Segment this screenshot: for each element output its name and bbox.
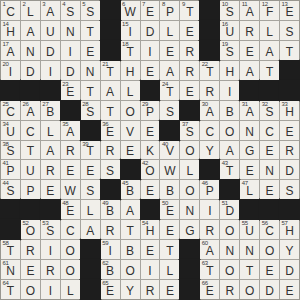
cell-letter: B — [41, 106, 60, 118]
grid-cell-r6c8[interactable]: 29P — [141, 101, 160, 120]
grid-cell-r9c10[interactable]: L — [180, 160, 199, 179]
block-cell-r9c7 — [121, 160, 140, 179]
grid-cell-r4c10[interactable]: R — [180, 61, 199, 80]
cell-letter: B — [220, 106, 239, 118]
cell-letter: R — [141, 285, 160, 297]
grid-cell-r6c1[interactable]: 25C — [1, 101, 20, 120]
cell-letter: S — [280, 26, 299, 38]
grid-cell-r3c7[interactable]: 18T — [121, 41, 140, 60]
grid-cell-r15c8[interactable]: R — [141, 280, 160, 299]
cell-letter: P — [160, 6, 179, 18]
grid-cell-r6c3[interactable]: 27B — [41, 101, 60, 120]
grid-cell-r12c12[interactable]: O — [220, 220, 239, 239]
grid-cell-r5c5[interactable]: T — [81, 81, 100, 100]
cell-letter: A — [41, 145, 60, 157]
grid-cell-r7c15[interactable]: E — [280, 121, 299, 140]
grid-cell-r1c9[interactable]: 8P — [160, 1, 179, 20]
cell-letter: E — [280, 6, 299, 18]
grid-cell-r12c10[interactable]: G — [180, 220, 199, 239]
grid-cell-r4c8[interactable]: E — [141, 61, 160, 80]
block-cell-r5c8 — [141, 81, 160, 100]
cell-letter: U — [220, 26, 239, 38]
cell-letter: O — [61, 245, 80, 257]
grid-cell-r7c3[interactable]: L — [41, 121, 60, 140]
cell-letter: A — [160, 66, 179, 78]
cell-letter: C — [61, 225, 80, 237]
grid-cell-r3c13[interactable]: E — [240, 41, 259, 60]
grid-cell-r1c1[interactable]: 1C — [1, 1, 20, 20]
grid-cell-r6c7[interactable]: O — [121, 101, 140, 120]
block-cell-r1c6 — [101, 1, 120, 20]
cell-letter: R — [101, 145, 120, 157]
cell-letter: A — [200, 106, 219, 118]
grid-cell-r10c8[interactable]: E — [141, 180, 160, 199]
grid-cell-r7c14[interactable]: C — [260, 121, 279, 140]
cell-letter: T — [1, 285, 20, 297]
block-cell-r5c13 — [240, 81, 259, 100]
grid-cell-r11c12[interactable]: 51D — [220, 200, 239, 219]
grid-cell-r6c12[interactable]: B — [220, 101, 239, 120]
grid-cell-r12c9[interactable]: E — [160, 220, 179, 239]
block-cell-r5c2 — [21, 81, 40, 100]
grid-cell-r11c5[interactable]: L — [81, 200, 100, 219]
cell-letter: I — [101, 245, 120, 257]
cell-letter: T — [180, 6, 199, 18]
grid-cell-r10c3[interactable]: E — [41, 180, 60, 199]
grid-cell-r3c15[interactable]: T — [280, 41, 299, 60]
cell-letter: Y — [200, 145, 219, 157]
grid-cell-r6c9[interactable]: S — [160, 101, 179, 120]
grid-cell-r4c12[interactable]: H — [220, 61, 239, 80]
grid-cell-r11c6[interactable]: 49B — [101, 200, 120, 219]
cell-letter: R — [180, 66, 199, 78]
grid-cell-r13c11[interactable]: 60A — [200, 240, 219, 259]
grid-cell-r15c6[interactable]: 65E — [101, 280, 120, 299]
cell-letter: E — [141, 126, 160, 138]
grid-cell-r8c11[interactable]: Y — [200, 141, 219, 160]
cell-letter: A — [81, 225, 100, 237]
grid-cell-r14c6[interactable]: 62B — [101, 260, 120, 279]
grid-cell-r3c3[interactable]: D — [41, 41, 60, 60]
cell-letter: E — [61, 205, 80, 217]
block-cell-r13c5 — [81, 240, 100, 259]
grid-cell-r3c10[interactable]: R — [180, 41, 199, 60]
cell-letter: E — [160, 205, 179, 217]
block-cell-r2c11 — [200, 21, 219, 40]
grid-cell-r1c4[interactable]: 4S — [61, 1, 80, 20]
cell-letter: E — [160, 46, 179, 58]
cell-letter: W — [121, 6, 140, 18]
block-cell-r11c15 — [280, 200, 299, 219]
cell-letter: D — [260, 285, 279, 297]
grid-cell-r12c5[interactable]: A — [81, 220, 100, 239]
cell-letter: E — [81, 165, 100, 177]
grid-cell-r8c15[interactable]: R — [280, 141, 299, 160]
grid-cell-r12c6[interactable]: R — [101, 220, 120, 239]
cell-letter: U — [41, 26, 60, 38]
grid-cell-r10c7[interactable]: 45B — [121, 180, 140, 199]
cell-letter: G — [240, 145, 259, 157]
grid-cell-r13c14[interactable]: O — [260, 240, 279, 259]
grid-cell-r15c4[interactable]: L — [61, 280, 80, 299]
grid-cell-r10c1[interactable]: 44S — [1, 180, 20, 199]
cell-letter: B — [160, 185, 179, 197]
grid-cell-r8c12[interactable]: A — [220, 141, 239, 160]
grid-cell-r15c3[interactable]: I — [41, 280, 60, 299]
grid-cell-r1c7[interactable]: 6W — [121, 1, 140, 20]
cell-letter: G — [180, 225, 199, 237]
grid-cell-r11c11[interactable]: I — [200, 200, 219, 219]
grid-cell-r7c12[interactable]: O — [220, 121, 239, 140]
grid-cell-r5c12[interactable]: I — [220, 81, 239, 100]
grid-cell-r6c11[interactable]: 30A — [200, 101, 219, 120]
grid-cell-r4c4[interactable]: D — [61, 61, 80, 80]
grid-cell-r11c4[interactable]: 48E — [61, 200, 80, 219]
grid-cell-r12c7[interactable]: T — [121, 220, 140, 239]
grid-cell-r11c7[interactable]: A — [121, 200, 140, 219]
cell-letter: S — [160, 106, 179, 118]
cell-letter: S — [81, 106, 100, 118]
cell-letter: I — [141, 46, 160, 58]
grid-cell-r14c15[interactable]: D — [280, 260, 299, 279]
grid-cell-r12c2[interactable]: 52O — [21, 220, 40, 239]
cell-letter: V — [160, 145, 179, 157]
cell-letter: A — [240, 6, 259, 18]
grid-cell-r14c3[interactable]: R — [41, 260, 60, 279]
grid-cell-r10c4[interactable]: W — [61, 180, 80, 199]
grid-cell-r1c8[interactable]: 7E — [141, 1, 160, 20]
cell-letter: L — [41, 126, 60, 138]
grid-cell-r14c4[interactable]: O — [61, 260, 80, 279]
grid-cell-r1c14[interactable]: 12F — [260, 1, 279, 20]
grid-cell-r2c7[interactable]: 15I — [121, 21, 140, 40]
grid-cell-r10c11[interactable]: 46P — [200, 180, 219, 199]
grid-cell-r12c13[interactable]: 55U — [240, 220, 259, 239]
cell-letter: I — [121, 26, 140, 38]
block-cell-r7c9 — [160, 121, 179, 140]
cell-letter: T — [101, 66, 120, 78]
grid-cell-r9c3[interactable]: R — [41, 160, 60, 179]
grid-cell-r2c1[interactable]: 14H — [1, 21, 20, 40]
cell-letter: O — [220, 126, 239, 138]
grid-cell-r1c10[interactable]: 9T — [180, 1, 199, 20]
grid-cell-r11c9[interactable]: 50E — [160, 200, 179, 219]
grid-cell-r2c4[interactable]: N — [61, 21, 80, 40]
cell-letter: A — [200, 245, 219, 257]
grid-cell-r4c2[interactable]: D — [21, 61, 40, 80]
grid-cell-r2c3[interactable]: U — [41, 21, 60, 40]
grid-cell-r12c4[interactable]: C — [61, 220, 80, 239]
grid-cell-r12c8[interactable]: 54H — [141, 220, 160, 239]
cell-letter: T — [160, 86, 179, 98]
cell-letter: S — [101, 165, 120, 177]
grid-cell-r3c5[interactable]: E — [81, 41, 100, 60]
grid-cell-r7c8[interactable]: E — [141, 121, 160, 140]
grid-cell-r7c7[interactable]: V — [121, 121, 140, 140]
grid-cell-r4c3[interactable]: I — [41, 61, 60, 80]
block-cell-r11c14 — [260, 200, 279, 219]
grid-cell-r14c7[interactable]: O — [121, 260, 140, 279]
cell-letter: S — [41, 225, 60, 237]
crossword-board: 1C2L3A4S5S6W7E8P9T10S11A12F13E14HAUNT15I… — [0, 0, 300, 300]
cell-letter: B — [121, 185, 140, 197]
grid-cell-r8c10[interactable]: O — [180, 141, 199, 160]
grid-cell-r7c11[interactable]: C — [200, 121, 219, 140]
grid-cell-r14c8[interactable]: I — [141, 260, 160, 279]
grid-cell-r10c14[interactable]: E — [260, 180, 279, 199]
grid-cell-r1c5[interactable]: 5S — [81, 1, 100, 20]
cell-letter: I — [41, 66, 60, 78]
grid-cell-r3c8[interactable]: I — [141, 41, 160, 60]
grid-cell-r12c11[interactable]: R — [200, 220, 219, 239]
grid-cell-r5c6[interactable]: A — [101, 81, 120, 100]
cell-letter: O — [240, 285, 259, 297]
grid-cell-r9c2[interactable]: U — [21, 160, 40, 179]
cell-letter: A — [101, 86, 120, 98]
cell-letter: E — [160, 285, 179, 297]
cell-letter: O — [220, 265, 239, 277]
block-cell-r7c5 — [81, 121, 100, 140]
cell-letter: D — [220, 205, 239, 217]
grid-cell-r5c9[interactable]: 24T — [160, 81, 179, 100]
grid-cell-r2c15[interactable]: S — [280, 21, 299, 40]
cell-letter: S — [61, 6, 80, 18]
grid-cell-r8c13[interactable]: G — [240, 141, 259, 160]
grid-cell-r9c8[interactable]: 42O — [141, 160, 160, 179]
grid-cell-r13c6[interactable]: 59I — [101, 240, 120, 259]
cell-letter: L — [240, 185, 259, 197]
cell-letter: L — [121, 86, 140, 98]
grid-cell-r5c4[interactable]: 23E — [61, 81, 80, 100]
grid-cell-r15c7[interactable]: Y — [121, 280, 140, 299]
block-cell-r10c6 — [101, 180, 120, 199]
grid-cell-r9c12[interactable]: 43T — [220, 160, 239, 179]
block-cell-r15c10 — [180, 280, 199, 299]
grid-cell-r3c12[interactable]: 19S — [220, 41, 239, 60]
cell-letter: E — [180, 86, 199, 98]
grid-cell-r4c9[interactable]: A — [160, 61, 179, 80]
grid-cell-r15c14[interactable]: D — [260, 280, 279, 299]
block-cell-r5c15 — [280, 81, 299, 100]
grid-cell-r8c2[interactable]: T — [21, 141, 40, 160]
block-cell-r11c3 — [41, 200, 60, 219]
block-cell-r1c11 — [200, 1, 219, 20]
grid-cell-r14c13[interactable]: T — [240, 260, 259, 279]
grid-cell-r4c13[interactable]: A — [240, 61, 259, 80]
grid-cell-r3c4[interactable]: I — [61, 41, 80, 60]
grid-cell-r7c13[interactable]: N — [240, 121, 259, 140]
grid-cell-r15c1[interactable]: 64T — [1, 280, 20, 299]
grid-cell-r8c9[interactable]: 40V — [160, 141, 179, 160]
grid-cell-r7c10[interactable]: 37S — [180, 121, 199, 140]
cell-letter: T — [81, 145, 100, 157]
grid-cell-r13c8[interactable]: E — [141, 240, 160, 259]
cell-letter: E — [141, 66, 160, 78]
grid-cell-r8c6[interactable]: R — [101, 141, 120, 160]
grid-cell-r7c4[interactable]: 35A — [61, 121, 80, 140]
cell-letter: S — [1, 145, 20, 157]
block-cell-r5c3 — [41, 81, 60, 100]
block-cell-r6c10 — [180, 101, 199, 120]
grid-cell-r15c2[interactable]: O — [21, 280, 40, 299]
grid-cell-r10c2[interactable]: P — [21, 180, 40, 199]
grid-cell-r14c1[interactable]: 61N — [1, 260, 20, 279]
grid-cell-r14c9[interactable]: L — [160, 260, 179, 279]
grid-cell-r15c12[interactable]: R — [220, 280, 239, 299]
cell-letter: L — [160, 265, 179, 277]
grid-cell-r6c5[interactable]: 28S — [81, 101, 100, 120]
cell-letter: T — [101, 106, 120, 118]
grid-cell-r10c13[interactable]: 47L — [240, 180, 259, 199]
cell-letter: A — [1, 46, 20, 58]
cell-letter: N — [260, 165, 279, 177]
grid-cell-r11c10[interactable]: N — [180, 200, 199, 219]
cell-letter: T — [160, 245, 179, 257]
grid-cell-r2c12[interactable]: 16U — [220, 21, 239, 40]
grid-cell-r3c14[interactable]: A — [260, 41, 279, 60]
grid-cell-r9c5[interactable]: E — [81, 160, 100, 179]
cell-letter: S — [81, 6, 100, 18]
grid-cell-r7c2[interactable]: C — [21, 121, 40, 140]
grid-cell-r13c7[interactable]: B — [121, 240, 140, 259]
grid-cell-r8c1[interactable]: 38S — [1, 141, 20, 160]
grid-cell-r5c10[interactable]: E — [180, 81, 199, 100]
grid-cell-r1c3[interactable]: 3A — [41, 1, 60, 20]
cell-letter: P — [200, 185, 219, 197]
cell-letter: E — [121, 145, 140, 157]
grid-cell-r8c3[interactable]: A — [41, 141, 60, 160]
grid-cell-r14c2[interactable]: E — [21, 260, 40, 279]
grid-cell-r13c2[interactable]: R — [21, 240, 40, 259]
grid-cell-r2c13[interactable]: R — [240, 21, 259, 40]
grid-cell-r10c15[interactable]: S — [280, 180, 299, 199]
grid-cell-r15c11[interactable]: 66E — [200, 280, 219, 299]
grid-cell-r14c14[interactable]: E — [260, 260, 279, 279]
grid-cell-r9c6[interactable]: S — [101, 160, 120, 179]
cell-letter: H — [280, 225, 299, 237]
grid-cell-r7c1[interactable]: 34U — [1, 121, 20, 140]
cell-letter: N — [220, 245, 239, 257]
grid-cell-r4c1[interactable]: 20I — [1, 61, 20, 80]
grid-cell-r13c12[interactable]: N — [220, 240, 239, 259]
cell-letter: I — [141, 265, 160, 277]
grid-cell-r12c15[interactable]: 57H — [280, 220, 299, 239]
grid-cell-r2c10[interactable]: E — [180, 21, 199, 40]
grid-cell-r9c4[interactable]: E — [61, 160, 80, 179]
cell-letter: R — [101, 225, 120, 237]
grid-cell-r2c9[interactable]: L — [160, 21, 179, 40]
cell-letter: O — [180, 145, 199, 157]
grid-cell-r6c2[interactable]: 26A — [21, 101, 40, 120]
grid-cell-r12c14[interactable]: 56C — [260, 220, 279, 239]
grid-cell-r8c7[interactable]: E — [121, 141, 140, 160]
block-cell-r13c10 — [180, 240, 199, 259]
cell-letter: I — [200, 205, 219, 217]
grid-cell-r2c2[interactable]: A — [21, 21, 40, 40]
block-cell-r15c5 — [81, 280, 100, 299]
grid-cell-r12c3[interactable]: 53S — [41, 220, 60, 239]
grid-cell-r13c15[interactable]: Y — [280, 240, 299, 259]
grid-cell-r15c15[interactable]: E — [280, 280, 299, 299]
cell-letter: K — [141, 145, 160, 157]
grid-cell-r2c8[interactable]: D — [141, 21, 160, 40]
grid-cell-r6c15[interactable]: 33H — [280, 101, 299, 120]
grid-cell-r1c12[interactable]: 10S — [220, 1, 239, 20]
grid-cell-r4c5[interactable]: N — [81, 61, 100, 80]
grid-cell-r14c12[interactable]: O — [220, 260, 239, 279]
grid-cell-r15c13[interactable]: O — [240, 280, 259, 299]
cell-letter: T — [81, 26, 100, 38]
grid-cell-r9c9[interactable]: W — [160, 160, 179, 179]
grid-cell-r2c14[interactable]: L — [260, 21, 279, 40]
grid-cell-r10c5[interactable]: S — [81, 180, 100, 199]
grid-cell-r4c6[interactable]: 21T — [101, 61, 120, 80]
grid-cell-r3c1[interactable]: 17A — [1, 41, 20, 60]
grid-cell-r15c9[interactable]: E — [160, 280, 179, 299]
grid-cell-r8c8[interactable]: K — [141, 141, 160, 160]
grid-cell-r8c14[interactable]: E — [260, 141, 279, 160]
cell-letter: R — [41, 165, 60, 177]
cell-letter: V — [121, 126, 140, 138]
cell-letter: D — [21, 66, 40, 78]
grid-cell-r2c5[interactable]: T — [81, 21, 100, 40]
grid-cell-r13c4[interactable]: O — [61, 240, 80, 259]
grid-cell-r1c2[interactable]: 2L — [21, 1, 40, 20]
grid-cell-r8c5[interactable]: 39T — [81, 141, 100, 160]
grid-cell-r6c14[interactable]: 32S — [260, 101, 279, 120]
grid-cell-r9c1[interactable]: 41P — [1, 160, 20, 179]
grid-cell-r1c13[interactable]: 11A — [240, 1, 259, 20]
cell-letter: T — [21, 145, 40, 157]
grid-cell-r7c6[interactable]: 36E — [101, 121, 120, 140]
cell-letter: S — [1, 185, 20, 197]
grid-cell-r3c9[interactable]: E — [160, 41, 179, 60]
grid-cell-r5c11[interactable]: R — [200, 81, 219, 100]
grid-cell-r5c7[interactable]: L — [121, 81, 140, 100]
cell-letter: R — [220, 285, 239, 297]
block-cell-r14c5 — [81, 260, 100, 279]
block-cell-r6c4 — [61, 101, 80, 120]
cell-letter: E — [141, 6, 160, 18]
grid-cell-r13c13[interactable]: N — [240, 240, 259, 259]
grid-cell-r1c15[interactable]: 13E — [280, 1, 299, 20]
grid-cell-r8c4[interactable]: R — [61, 141, 80, 160]
grid-cell-r9c13[interactable]: E — [240, 160, 259, 179]
cell-letter: A — [41, 6, 60, 18]
cell-letter: E — [260, 185, 279, 197]
cell-letter: A — [220, 145, 239, 157]
grid-cell-r4c14[interactable]: T — [260, 61, 279, 80]
grid-cell-r13c9[interactable]: T — [160, 240, 179, 259]
grid-cell-r9c15[interactable]: D — [280, 160, 299, 179]
cell-letter: O — [21, 225, 40, 237]
grid-cell-r10c9[interactable]: B — [160, 180, 179, 199]
cell-letter: E — [260, 145, 279, 157]
cell-letter: H — [121, 66, 140, 78]
grid-cell-r13c1[interactable]: 58T — [1, 240, 20, 259]
grid-cell-r6c6[interactable]: T — [101, 101, 120, 120]
grid-cell-r13c3[interactable]: I — [41, 240, 60, 259]
block-cell-r2c6 — [101, 21, 120, 40]
grid-cell-r4c7[interactable]: H — [121, 61, 140, 80]
grid-cell-r10c10[interactable]: O — [180, 180, 199, 199]
grid-cell-r6c13[interactable]: 31A — [240, 101, 259, 120]
grid-cell-r14c11[interactable]: 63T — [200, 260, 219, 279]
grid-cell-r4c11[interactable]: 22T — [200, 61, 219, 80]
cell-letter: H — [141, 225, 160, 237]
grid-cell-r9c14[interactable]: N — [260, 160, 279, 179]
grid-cell-r3c2[interactable]: N — [21, 41, 40, 60]
